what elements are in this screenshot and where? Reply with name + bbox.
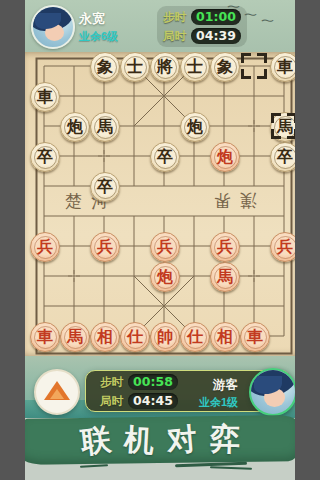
piece-black-pawn[interactable]: 卒 (30, 142, 60, 172)
piece-red-cannon[interactable]: 炮 (150, 262, 180, 292)
piece-red-pawn[interactable]: 兵 (210, 232, 240, 262)
banner-char: 弈 (209, 418, 241, 460)
opponent-game-time: 04:39 (191, 28, 241, 44)
piece-black-chariot[interactable]: 車 (30, 82, 60, 112)
piece-red-pawn[interactable]: 兵 (270, 232, 295, 262)
player-clocks: 步时 00:58 局时 04:45 (100, 374, 178, 409)
piece-red-chariot[interactable]: 車 (240, 322, 270, 352)
piece-red-cannon[interactable]: 炮 (210, 142, 240, 172)
piece-black-horse[interactable]: 馬 (90, 112, 120, 142)
banner-char: 对 (165, 418, 198, 461)
opponent-avatar[interactable] (31, 5, 75, 49)
piece-black-general[interactable]: 將 (150, 52, 180, 82)
piece-red-elephant[interactable]: 相 (90, 322, 120, 352)
player-move-time: 00:58 (128, 374, 178, 390)
piece-red-advisor[interactable]: 仕 (120, 322, 150, 352)
player-avatar[interactable] (249, 368, 295, 416)
menu-button[interactable] (34, 369, 80, 415)
piece-black-cannon[interactable]: 炮 (180, 112, 210, 142)
piece-black-elephant[interactable]: 象 (210, 52, 240, 82)
piece-red-general[interactable]: 帥 (150, 322, 180, 352)
bird-icon: 〜 (261, 15, 275, 28)
opponent-rank: 业余6级 (79, 29, 118, 44)
opponent-name: 永宽 (79, 10, 105, 28)
piece-red-horse[interactable]: 馬 (60, 322, 90, 352)
mountain-icon-inner (50, 389, 64, 399)
banner-char: 机 (122, 419, 154, 462)
piece-red-horse[interactable]: 馬 (210, 262, 240, 292)
move-time-label: 步时 (100, 375, 123, 390)
board-grid: 楚河漢界 (25, 52, 295, 356)
player-game-time: 04:45 (128, 393, 178, 409)
piece-red-chariot[interactable]: 車 (30, 322, 60, 352)
piece-black-pawn[interactable]: 卒 (150, 142, 180, 172)
game-time-label: 局时 (100, 394, 123, 409)
piece-red-pawn[interactable]: 兵 (90, 232, 120, 262)
bird-icon: 〜 (227, 1, 241, 14)
piece-black-pawn[interactable]: 卒 (270, 142, 295, 172)
banner-char: 联 (78, 419, 113, 463)
piece-red-pawn[interactable]: 兵 (30, 232, 60, 262)
last-move-to-marker (271, 113, 295, 139)
opponent-bar: 永宽 业余6级 步时 01:00 局时 04:39 〜 〜 〜 (25, 0, 295, 52)
piece-red-pawn[interactable]: 兵 (150, 232, 180, 262)
player-rank: 业余1级 (199, 395, 238, 410)
bird-icon: 〜 (244, 9, 258, 22)
piece-black-cannon[interactable]: 炮 (60, 112, 90, 142)
board[interactable]: 楚河漢界象士將士象車車炮馬炮馬卒卒炮卒卒兵兵兵兵兵炮馬車馬相仕帥仕相車 (25, 52, 295, 356)
piece-black-elephant[interactable]: 象 (90, 52, 120, 82)
piece-red-elephant[interactable]: 相 (210, 322, 240, 352)
player-name: 游客 (213, 377, 238, 394)
xiangqi-app-screen: 永宽 业余6级 步时 01:00 局时 04:39 〜 〜 〜 楚河漢界象士將士… (25, 0, 295, 480)
move-time-label: 步时 (163, 10, 186, 25)
piece-red-advisor[interactable]: 仕 (180, 322, 210, 352)
banner-text: 联机对弈 (25, 415, 295, 465)
piece-black-advisor[interactable]: 士 (180, 52, 210, 82)
mode-banner: 联机对弈 (25, 415, 295, 465)
last-move-from-marker (241, 53, 267, 79)
piece-black-chariot[interactable]: 車 (270, 52, 295, 82)
river-label: 漢界 (205, 191, 257, 211)
game-time-label: 局时 (163, 29, 186, 44)
piece-black-advisor[interactable]: 士 (120, 52, 150, 82)
piece-black-pawn[interactable]: 卒 (90, 172, 120, 202)
